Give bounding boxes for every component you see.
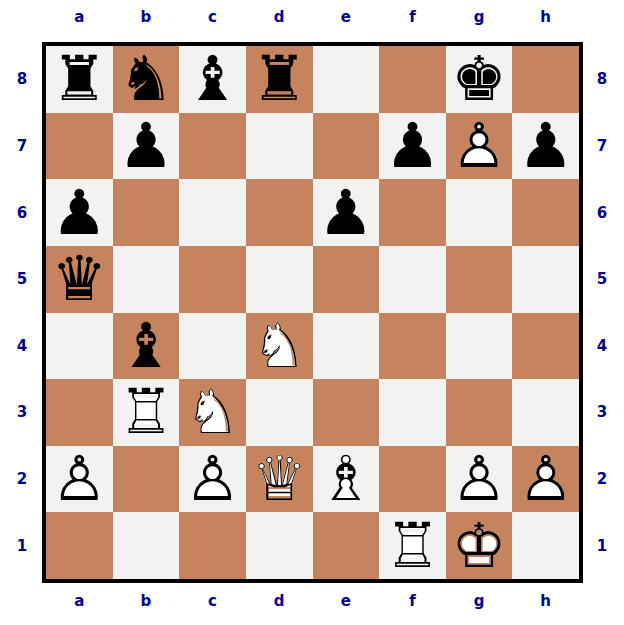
square-f1[interactable]: ♜︎♖︎ [379,512,446,579]
file-label-d: d [246,590,313,612]
piece-black-rook[interactable]: ♜︎ [46,46,113,113]
rank-label-3: 3 [588,379,616,446]
square-g8[interactable]: ♚︎ [446,46,513,113]
piece-black-bishop[interactable]: ♝︎ [113,313,180,380]
square-d3[interactable] [246,379,313,446]
square-g5[interactable] [446,246,513,313]
square-b7[interactable]: ♟︎ [113,113,180,180]
bishop-glyph: ♝︎ [185,48,241,110]
pawn-outline-glyph: ♙︎ [451,448,507,510]
rank-label-6: 6 [8,179,36,246]
piece-white-pawn[interactable]: ♟︎♙︎ [46,446,113,513]
square-a4[interactable] [46,313,113,380]
square-h5[interactable] [512,246,579,313]
rook-outline-glyph: ♖︎ [385,515,441,577]
rank-label-3: 3 [8,379,36,446]
square-f7[interactable]: ♟︎ [379,113,446,180]
square-g6[interactable] [446,179,513,246]
piece-white-pawn[interactable]: ♟︎♙︎ [446,446,513,513]
piece-black-queen[interactable]: ♛︎ [46,246,113,313]
square-h2[interactable]: ♟︎♙︎ [512,446,579,513]
pawn-glyph: ♟︎ [385,115,441,177]
pawn-outline-glyph: ♙︎ [518,448,574,510]
file-label-g: g [446,6,513,28]
square-b5[interactable] [113,246,180,313]
piece-black-pawn[interactable]: ♟︎ [113,113,180,180]
rank-labels-left: 87654321 [8,46,36,579]
file-label-f: f [379,590,446,612]
square-c4[interactable] [179,313,246,380]
piece-black-rook[interactable]: ♜︎ [246,46,313,113]
rank-label-2: 2 [588,446,616,513]
square-b2[interactable] [113,446,180,513]
king-glyph: ♚︎ [451,48,507,110]
file-label-a: a [46,590,113,612]
square-g2[interactable]: ♟︎♙︎ [446,446,513,513]
square-c7[interactable] [179,113,246,180]
square-b4[interactable]: ♝︎ [113,313,180,380]
pawn-outline-glyph: ♙︎ [185,448,241,510]
rank-label-2: 2 [8,446,36,513]
square-b8[interactable]: ♞︎ [113,46,180,113]
file-label-a: a [46,6,113,28]
bishop-outline-glyph: ♗︎ [318,448,374,510]
square-f8[interactable] [379,46,446,113]
square-b3[interactable]: ♜︎♖︎ [113,379,180,446]
square-f3[interactable] [379,379,446,446]
rank-labels-right: 87654321 [588,46,616,579]
file-labels-bottom: abcdefgh [46,590,579,612]
piece-white-knight[interactable]: ♞︎♘︎ [246,313,313,380]
pawn-glyph: ♟︎ [118,115,174,177]
piece-white-king[interactable]: ♚︎♔︎ [446,512,513,579]
square-f2[interactable] [379,446,446,513]
piece-black-pawn[interactable]: ♟︎ [512,113,579,180]
square-h1[interactable] [512,512,579,579]
square-a7[interactable] [46,113,113,180]
square-a8[interactable]: ♜︎ [46,46,113,113]
piece-white-bishop[interactable]: ♝︎♗︎ [313,446,380,513]
piece-white-pawn[interactable]: ♟︎♙︎ [446,113,513,180]
bishop-glyph: ♝︎ [118,315,174,377]
square-d7[interactable] [246,113,313,180]
square-g4[interactable] [446,313,513,380]
square-g1[interactable]: ♚︎♔︎ [446,512,513,579]
rank-label-6: 6 [588,179,616,246]
rank-label-8: 8 [8,46,36,113]
file-label-e: e [313,6,380,28]
square-h3[interactable] [512,379,579,446]
square-e8[interactable] [313,46,380,113]
square-c3[interactable]: ♞︎♘︎ [179,379,246,446]
rank-label-4: 4 [588,313,616,380]
piece-white-knight[interactable]: ♞︎♘︎ [179,379,246,446]
square-a1[interactable] [46,512,113,579]
queen-outline-glyph: ♕︎ [251,448,307,510]
rank-label-7: 7 [8,113,36,180]
knight-glyph: ♞︎ [118,48,174,110]
square-h4[interactable] [512,313,579,380]
square-a3[interactable] [46,379,113,446]
knight-outline-glyph: ♘︎ [185,381,241,443]
square-e5[interactable] [313,246,380,313]
square-d2[interactable]: ♛︎♕︎ [246,446,313,513]
file-label-b: b [113,6,180,28]
piece-white-queen[interactable]: ♛︎♕︎ [246,446,313,513]
square-f4[interactable] [379,313,446,380]
file-label-d: d [246,6,313,28]
file-label-h: h [512,590,579,612]
square-d4[interactable]: ♞︎♘︎ [246,313,313,380]
piece-black-pawn[interactable]: ♟︎ [46,179,113,246]
rank-label-1: 1 [8,512,36,579]
piece-white-pawn[interactable]: ♟︎♙︎ [512,446,579,513]
square-g3[interactable] [446,379,513,446]
rank-label-1: 1 [588,512,616,579]
chess-diagram: abcdefgh 87654321 ♜︎♞︎♝︎♜︎♚︎♟︎♟︎♟︎♙︎♟︎♟︎… [0,0,624,625]
rank-label-5: 5 [588,246,616,313]
square-e7[interactable] [313,113,380,180]
rank-label-7: 7 [588,113,616,180]
pawn-glyph: ♟︎ [518,115,574,177]
file-label-c: c [179,6,246,28]
chess-board: ♜︎♞︎♝︎♜︎♚︎♟︎♟︎♟︎♙︎♟︎♟︎♟︎♛︎♝︎♞︎♘︎♜︎♖︎♞︎♘︎… [42,42,583,583]
rank-label-4: 4 [8,313,36,380]
piece-white-pawn[interactable]: ♟︎♙︎ [179,446,246,513]
square-d6[interactable] [246,179,313,246]
square-d5[interactable] [246,246,313,313]
square-a6[interactable]: ♟︎ [46,179,113,246]
piece-white-rook[interactable]: ♜︎♖︎ [113,379,180,446]
square-e2[interactable]: ♝︎♗︎ [313,446,380,513]
rook-outline-glyph: ♖︎ [118,381,174,443]
square-b6[interactable] [113,179,180,246]
file-label-e: e [313,590,380,612]
piece-black-knight[interactable]: ♞︎ [113,46,180,113]
pawn-glyph: ♟︎ [318,182,374,244]
square-c6[interactable] [179,179,246,246]
square-f5[interactable] [379,246,446,313]
square-c2[interactable]: ♟︎♙︎ [179,446,246,513]
rank-label-5: 5 [8,246,36,313]
file-labels-top: abcdefgh [46,6,579,28]
queen-glyph: ♛︎ [52,248,108,310]
square-a2[interactable]: ♟︎♙︎ [46,446,113,513]
rank-label-8: 8 [588,46,616,113]
pawn-outline-glyph: ♙︎ [52,448,108,510]
square-g7[interactable]: ♟︎♙︎ [446,113,513,180]
piece-black-pawn[interactable]: ♟︎ [313,179,380,246]
square-e4[interactable] [313,313,380,380]
square-e1[interactable] [313,512,380,579]
file-label-h: h [512,6,579,28]
file-label-b: b [113,590,180,612]
square-h8[interactable] [512,46,579,113]
square-f6[interactable] [379,179,446,246]
piece-white-rook[interactable]: ♜︎♖︎ [379,512,446,579]
rook-glyph: ♜︎ [251,48,307,110]
square-h7[interactable]: ♟︎ [512,113,579,180]
square-d8[interactable]: ♜︎ [246,46,313,113]
piece-black-king[interactable]: ♚︎ [446,46,513,113]
file-label-f: f [379,6,446,28]
pawn-outline-glyph: ♙︎ [451,115,507,177]
file-label-c: c [179,590,246,612]
pawn-glyph: ♟︎ [52,182,108,244]
piece-black-pawn[interactable]: ♟︎ [379,113,446,180]
square-a5[interactable]: ♛︎ [46,246,113,313]
rook-glyph: ♜︎ [52,48,108,110]
square-e3[interactable] [313,379,380,446]
file-label-g: g [446,590,513,612]
square-e6[interactable]: ♟︎ [313,179,380,246]
square-c1[interactable] [179,512,246,579]
knight-outline-glyph: ♘︎ [251,315,307,377]
piece-black-bishop[interactable]: ♝︎ [179,46,246,113]
square-b1[interactable] [113,512,180,579]
square-c8[interactable]: ♝︎ [179,46,246,113]
square-c5[interactable] [179,246,246,313]
king-outline-glyph: ♔︎ [451,515,507,577]
square-h6[interactable] [512,179,579,246]
square-d1[interactable] [246,512,313,579]
